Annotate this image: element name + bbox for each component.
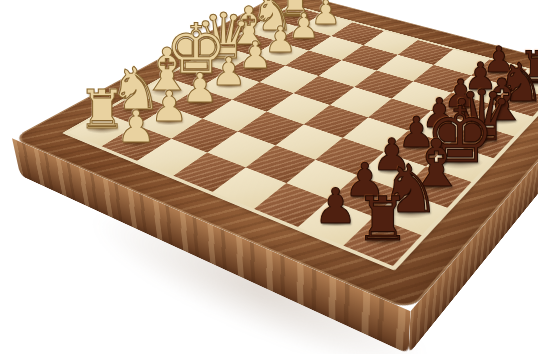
square-f6	[315, 138, 383, 175]
scene	[0, 0, 538, 354]
square-h5	[213, 168, 286, 209]
square-g4	[207, 131, 276, 167]
square-g7	[329, 175, 402, 217]
square-f4	[238, 112, 304, 145]
chess-set-product-photo: ♜♟♞♟♝♟♛♟♟♚♜♟♟♝♞♟♟♞♝♟♟♜♛♟♟♚♟♝♟♞♟♜	[0, 0, 538, 354]
square-h6	[254, 183, 329, 227]
square-h3	[137, 139, 208, 176]
square-g6	[286, 159, 357, 199]
square-g5	[246, 145, 316, 183]
square-h8	[344, 217, 422, 266]
square-g8	[374, 191, 448, 236]
square-e7	[383, 130, 449, 166]
square-g3	[171, 118, 238, 152]
square-d8	[450, 123, 514, 158]
square-h4	[174, 153, 246, 192]
square-e5	[304, 105, 368, 138]
square-g2	[136, 106, 202, 139]
square-e8	[426, 144, 493, 182]
square-h1	[68, 113, 136, 147]
board-border-inlay	[62, 4, 538, 271]
square-f7	[357, 152, 426, 191]
square-c8	[471, 104, 533, 136]
square-d7	[408, 111, 471, 144]
square-f5	[276, 124, 343, 159]
square-f8	[401, 166, 471, 207]
square-h2	[102, 125, 171, 160]
chess-box	[12, 0, 538, 311]
square-h7	[298, 200, 374, 246]
square-e6	[343, 117, 408, 151]
